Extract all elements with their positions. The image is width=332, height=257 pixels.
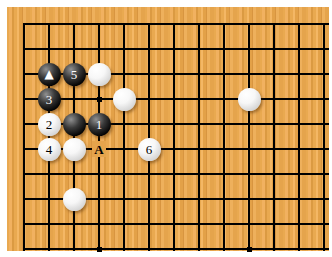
stone-black-D15: 1 bbox=[88, 113, 111, 136]
grid-line-vertical bbox=[98, 23, 100, 251]
stone-white-B15: 2 bbox=[38, 113, 61, 136]
grid-line-vertical bbox=[273, 23, 275, 251]
star-point bbox=[247, 247, 252, 252]
stone-white-F14: 6 bbox=[138, 138, 161, 161]
stone-white-B14: 4 bbox=[38, 138, 61, 161]
grid-line-horizontal bbox=[23, 98, 329, 100]
letter-annotation-D14: A bbox=[92, 141, 106, 157]
grid-line-vertical bbox=[223, 23, 225, 251]
triangle-marker-icon: ▲ bbox=[44, 68, 53, 80]
grid-line-horizontal bbox=[23, 223, 329, 225]
stone-white-C14 bbox=[63, 138, 86, 161]
grid-line-vertical bbox=[23, 23, 25, 251]
stone-black-C15 bbox=[63, 113, 86, 136]
star-point bbox=[97, 97, 102, 102]
grid-line-vertical bbox=[198, 23, 200, 251]
stone-white-D17 bbox=[88, 63, 111, 86]
stone-white-E16 bbox=[113, 88, 136, 111]
grid-line-horizontal bbox=[23, 23, 329, 25]
grid-line-vertical bbox=[123, 23, 125, 251]
grid-line-vertical bbox=[248, 23, 250, 251]
star-point bbox=[97, 247, 102, 252]
stone-white-C12 bbox=[63, 188, 86, 211]
grid-line-horizontal bbox=[23, 248, 329, 250]
stone-white-K16 bbox=[238, 88, 261, 111]
stone-black-B16: 3 bbox=[38, 88, 61, 111]
grid-line-vertical bbox=[323, 23, 325, 251]
stone-black-B17: ▲ bbox=[38, 63, 61, 86]
grid-line-vertical bbox=[173, 23, 175, 251]
grid-line-horizontal bbox=[23, 173, 329, 175]
grid-line-horizontal bbox=[23, 48, 329, 50]
stone-black-C17: 5 bbox=[63, 63, 86, 86]
go-board: ▲532146A bbox=[7, 7, 329, 251]
grid-line-vertical bbox=[298, 23, 300, 251]
go-diagram: ▲532146A bbox=[0, 0, 332, 257]
